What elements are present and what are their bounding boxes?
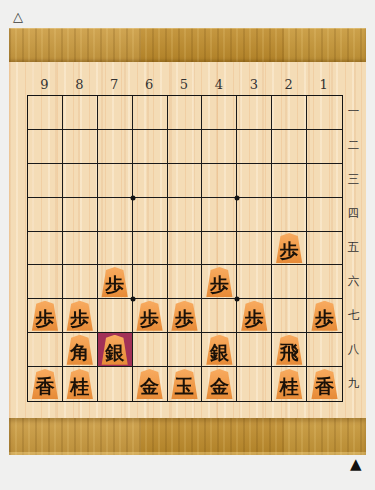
piece-kanji: 飛 <box>280 338 299 362</box>
hoshi-dot <box>235 297 240 302</box>
square-53[interactable] <box>168 164 203 198</box>
piece-rook-28[interactable]: 飛 <box>275 335 304 365</box>
square-83[interactable] <box>63 164 98 198</box>
square-39[interactable] <box>237 367 272 401</box>
file-label-8: 8 <box>62 72 97 96</box>
square-97[interactable]: 歩 <box>28 299 63 333</box>
square-72[interactable] <box>98 130 133 164</box>
hoshi-dot <box>130 297 135 302</box>
shogi-diagram: △ 987654321 歩歩歩歩歩歩歩歩歩角銀銀飛香桂金玉金桂香 一二三四五六七… <box>0 0 375 490</box>
hoshi-dot <box>235 195 240 200</box>
square-21[interactable] <box>272 96 307 130</box>
square-35[interactable] <box>237 232 272 266</box>
square-77[interactable] <box>98 299 133 333</box>
square-51[interactable] <box>168 96 203 130</box>
rank-label-5: 五 <box>341 231 366 265</box>
square-89[interactable]: 桂 <box>63 367 98 401</box>
file-label-9: 9 <box>27 72 62 96</box>
piece-gold-49[interactable]: 金 <box>205 369 234 399</box>
square-25[interactable]: 歩 <box>272 232 307 266</box>
piece-kanji: 玉 <box>175 372 194 396</box>
square-44[interactable] <box>202 198 237 232</box>
square-66[interactable] <box>133 265 168 299</box>
piece-pawn-46[interactable]: 歩 <box>205 267 234 297</box>
square-81[interactable] <box>63 96 98 130</box>
shogi-board: 987654321 歩歩歩歩歩歩歩歩歩角銀銀飛香桂金玉金桂香 一二三四五六七八九 <box>9 28 366 455</box>
square-88[interactable]: 角 <box>63 333 98 367</box>
square-49[interactable]: 金 <box>202 367 237 401</box>
square-17[interactable]: 歩 <box>307 299 342 333</box>
square-37[interactable]: 歩 <box>237 299 272 333</box>
square-22[interactable] <box>272 130 307 164</box>
square-61[interactable] <box>133 96 168 130</box>
hoshi-dot <box>130 195 135 200</box>
square-94[interactable] <box>28 198 63 232</box>
rank-label-1: 一 <box>341 95 366 129</box>
square-41[interactable] <box>202 96 237 130</box>
piece-king-59[interactable]: 玉 <box>170 369 199 399</box>
square-36[interactable] <box>237 265 272 299</box>
square-93[interactable] <box>28 164 63 198</box>
square-32[interactable] <box>237 130 272 164</box>
square-42[interactable] <box>202 130 237 164</box>
square-69[interactable]: 金 <box>133 367 168 401</box>
square-58[interactable] <box>168 333 203 367</box>
board-frame-bottom <box>9 418 366 455</box>
piece-kanji: 金 <box>140 372 159 396</box>
square-71[interactable] <box>98 96 133 130</box>
piece-kanji: 歩 <box>70 304 89 328</box>
square-38[interactable] <box>237 333 272 367</box>
piece-kanji: 歩 <box>140 304 159 328</box>
file-label-5: 5 <box>167 72 202 96</box>
square-75[interactable] <box>98 232 133 266</box>
piece-knight-29[interactable]: 桂 <box>275 369 304 399</box>
square-29[interactable]: 桂 <box>272 367 307 401</box>
square-52[interactable] <box>168 130 203 164</box>
square-33[interactable] <box>237 164 272 198</box>
file-labels: 987654321 <box>27 72 341 96</box>
square-26[interactable] <box>272 265 307 299</box>
piece-kanji: 桂 <box>280 372 299 396</box>
piece-pawn-25[interactable]: 歩 <box>275 233 304 263</box>
piece-kanji: 歩 <box>35 304 54 328</box>
piece-bishop-88[interactable]: 角 <box>65 335 94 365</box>
square-54[interactable] <box>168 198 203 232</box>
square-23[interactable] <box>272 164 307 198</box>
square-63[interactable] <box>133 164 168 198</box>
square-84[interactable] <box>63 198 98 232</box>
piece-silver-48[interactable]: 銀 <box>205 335 234 365</box>
file-label-3: 3 <box>236 72 271 96</box>
piece-pawn-17[interactable]: 歩 <box>310 301 339 331</box>
piece-silver-78[interactable]: 銀 <box>100 335 129 365</box>
square-86[interactable] <box>63 265 98 299</box>
square-12[interactable] <box>307 130 342 164</box>
square-95[interactable] <box>28 232 63 266</box>
square-92[interactable] <box>28 130 63 164</box>
square-15[interactable] <box>307 232 342 266</box>
square-76[interactable]: 歩 <box>98 265 133 299</box>
square-13[interactable] <box>307 164 342 198</box>
square-65[interactable] <box>133 232 168 266</box>
piece-kanji: 歩 <box>175 304 194 328</box>
piece-pawn-57[interactable]: 歩 <box>170 301 199 331</box>
square-24[interactable] <box>272 198 307 232</box>
rank-label-7: 七 <box>341 298 366 332</box>
square-87[interactable]: 歩 <box>63 299 98 333</box>
piece-lance-19[interactable]: 香 <box>310 369 339 399</box>
square-85[interactable] <box>63 232 98 266</box>
rank-label-4: 四 <box>341 197 366 231</box>
square-82[interactable] <box>63 130 98 164</box>
square-55[interactable] <box>168 232 203 266</box>
square-98[interactable] <box>28 333 63 367</box>
square-67[interactable]: 歩 <box>133 299 168 333</box>
file-label-7: 7 <box>97 72 132 96</box>
square-64[interactable] <box>133 198 168 232</box>
piece-kanji: 銀 <box>105 338 124 362</box>
rank-label-3: 三 <box>341 163 366 197</box>
piece-knight-89[interactable]: 桂 <box>65 369 94 399</box>
board-frame-top <box>9 28 366 62</box>
rank-labels: 一二三四五六七八九 <box>341 95 366 400</box>
square-16[interactable] <box>307 265 342 299</box>
piece-kanji: 歩 <box>315 304 334 328</box>
piece-pawn-37[interactable]: 歩 <box>240 301 269 331</box>
gote-hand-indicator: △ <box>13 10 23 23</box>
square-79[interactable] <box>98 367 133 401</box>
piece-lance-99[interactable]: 香 <box>30 369 59 399</box>
square-27[interactable] <box>272 299 307 333</box>
piece-kanji: 歩 <box>210 270 229 294</box>
piece-pawn-97[interactable]: 歩 <box>30 301 59 331</box>
piece-kanji: 歩 <box>105 270 124 294</box>
square-11[interactable] <box>307 96 342 130</box>
square-78[interactable]: 銀 <box>98 333 133 367</box>
board-grid: 歩歩歩歩歩歩歩歩歩角銀銀飛香桂金玉金桂香 <box>27 95 343 402</box>
file-label-1: 1 <box>306 72 341 96</box>
piece-pawn-87[interactable]: 歩 <box>65 301 94 331</box>
rank-label-6: 六 <box>341 264 366 298</box>
square-48[interactable]: 銀 <box>202 333 237 367</box>
piece-kanji: 銀 <box>210 338 229 362</box>
file-label-6: 6 <box>132 72 167 96</box>
square-28[interactable]: 飛 <box>272 333 307 367</box>
piece-kanji: 香 <box>315 372 334 396</box>
square-56[interactable] <box>168 265 203 299</box>
piece-kanji: 歩 <box>245 304 264 328</box>
square-18[interactable] <box>307 333 342 367</box>
piece-kanji: 香 <box>35 372 54 396</box>
square-46[interactable]: 歩 <box>202 265 237 299</box>
board-surface: 987654321 歩歩歩歩歩歩歩歩歩角銀銀飛香桂金玉金桂香 一二三四五六七八九 <box>9 62 366 418</box>
square-91[interactable] <box>28 96 63 130</box>
square-47[interactable] <box>202 299 237 333</box>
piece-pawn-76[interactable]: 歩 <box>100 267 129 297</box>
square-74[interactable] <box>98 198 133 232</box>
piece-pawn-67[interactable]: 歩 <box>135 301 164 331</box>
square-62[interactable] <box>133 130 168 164</box>
rank-label-2: 二 <box>341 129 366 163</box>
piece-kanji: 角 <box>70 338 89 362</box>
sente-hand-indicator: ▲ <box>350 457 362 472</box>
square-14[interactable] <box>307 198 342 232</box>
square-45[interactable] <box>202 232 237 266</box>
piece-gold-69[interactable]: 金 <box>135 369 164 399</box>
square-43[interactable] <box>202 164 237 198</box>
square-57[interactable]: 歩 <box>168 299 203 333</box>
square-31[interactable] <box>237 96 272 130</box>
piece-kanji: 歩 <box>280 236 299 260</box>
file-label-2: 2 <box>271 72 306 96</box>
rank-label-9: 九 <box>341 366 366 400</box>
square-68[interactable] <box>133 333 168 367</box>
piece-kanji: 桂 <box>70 372 89 396</box>
square-59[interactable]: 玉 <box>168 367 203 401</box>
square-34[interactable] <box>237 198 272 232</box>
square-73[interactable] <box>98 164 133 198</box>
piece-kanji: 金 <box>210 372 229 396</box>
square-19[interactable]: 香 <box>307 367 342 401</box>
square-99[interactable]: 香 <box>28 367 63 401</box>
rank-label-8: 八 <box>341 332 366 366</box>
square-96[interactable] <box>28 265 63 299</box>
file-label-4: 4 <box>201 72 236 96</box>
